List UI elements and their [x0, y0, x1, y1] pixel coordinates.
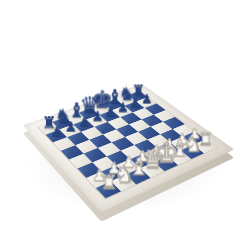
square-a7: ♟	[46, 129, 68, 142]
blue-pawn-glyph-icon: ♟	[65, 119, 77, 133]
chess-set-scene: ♜♞♝♛♚♝♞♜♟♟♟♟♟♟♟♟♟♟♟♟♟♟♟♟♜♞♝♛♚♝♞♜	[0, 0, 240, 240]
blue-pawn-glyph-icon: ♟	[141, 92, 152, 105]
blue-pawn-glyph-icon: ♟	[117, 101, 129, 114]
blue-pawn-glyph-icon: ♟	[129, 96, 141, 109]
blue-pawn-glyph-icon: ♟	[78, 114, 90, 128]
product-photo: ♜♞♝♛♚♝♞♜♟♟♟♟♟♟♟♟♟♟♟♟♟♟♟♟♜♞♝♛♚♝♞♜	[0, 0, 240, 240]
white-rook-glyph-icon: ♜	[100, 173, 117, 192]
square-a1: ♜	[96, 181, 121, 198]
blue-pawn-glyph-icon: ♟	[104, 105, 116, 118]
blue-pawn-glyph-icon: ♟	[91, 110, 103, 123]
blue-pawn-glyph-icon: ♟	[51, 124, 64, 138]
